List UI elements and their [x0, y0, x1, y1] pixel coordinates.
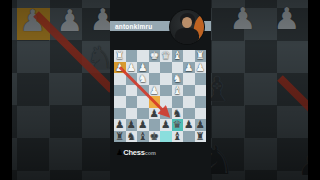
- square-f1[interactable]: [137, 50, 149, 62]
- white-r-piece: ♜: [195, 50, 207, 62]
- square-e2[interactable]: [149, 62, 161, 74]
- black-q-piece: ♛: [172, 119, 184, 131]
- brand-name: Chess: [123, 148, 145, 157]
- square-d8[interactable]: [160, 131, 172, 143]
- square-g5[interactable]: [126, 96, 138, 108]
- square-c8[interactable]: ♝: [172, 131, 184, 143]
- square-h2[interactable]: ♟: [114, 62, 126, 74]
- black-p-piece: ♟: [126, 119, 138, 131]
- square-c3[interactable]: ♞: [172, 73, 184, 85]
- square-d3[interactable]: [160, 73, 172, 85]
- black-p-piece: ♟: [114, 119, 126, 131]
- square-a4[interactable]: [195, 85, 207, 97]
- username-label: antonkimru: [110, 23, 152, 30]
- square-d5[interactable]: [160, 96, 172, 108]
- square-g4[interactable]: [126, 85, 138, 97]
- white-n-piece: ♞: [172, 73, 184, 85]
- square-h3[interactable]: [114, 73, 126, 85]
- square-f4[interactable]: [137, 85, 149, 97]
- square-e8[interactable]: ♚: [149, 131, 161, 143]
- black-p-piece: ♟: [160, 119, 172, 131]
- brand-suffix: com: [145, 150, 156, 156]
- black-k-piece: ♚: [149, 131, 161, 143]
- webcam-avatar: [169, 9, 205, 45]
- video-frame: ♟♟♟♞♟♟♝♞♟ antonkimru ♜♚♛♝♜♟♟♟♟♟♞♞♟♝♟♞♟♟♟…: [0, 0, 320, 180]
- square-b7[interactable]: ♟: [183, 119, 195, 131]
- white-b-piece: ♝: [172, 50, 184, 62]
- face-shape: [182, 17, 192, 28]
- square-d7[interactable]: ♟: [160, 119, 172, 131]
- square-g8[interactable]: ♞: [126, 131, 138, 143]
- black-p-piece: ♟: [149, 108, 161, 120]
- white-p-piece: ♟: [149, 85, 161, 97]
- white-q-piece: ♛: [160, 50, 172, 62]
- pawn-icon: ♟: [116, 149, 123, 157]
- white-r-piece: ♜: [114, 50, 126, 62]
- square-d1[interactable]: ♛: [160, 50, 172, 62]
- black-b-piece: ♝: [137, 131, 149, 143]
- black-r-piece: ♜: [114, 131, 126, 143]
- square-b5[interactable]: [183, 96, 195, 108]
- white-p-piece: ♟: [195, 62, 207, 74]
- square-e5[interactable]: [149, 96, 161, 108]
- black-b-piece: ♝: [172, 131, 184, 143]
- square-a5[interactable]: [195, 96, 207, 108]
- white-k-piece: ♚: [149, 50, 161, 62]
- chess-board: ♜♚♛♝♜♟♟♟♟♟♞♞♟♝♟♞♟♟♟♟♛♟♟♜♞♝♚♝♜: [114, 50, 206, 142]
- square-h7[interactable]: ♟: [114, 119, 126, 131]
- square-b2[interactable]: ♟: [183, 62, 195, 74]
- black-p-piece: ♟: [183, 119, 195, 131]
- black-n-piece: ♞: [126, 131, 138, 143]
- square-g1[interactable]: [126, 50, 138, 62]
- square-a8[interactable]: ♜: [195, 131, 207, 143]
- square-f3[interactable]: ♞: [137, 73, 149, 85]
- square-c7[interactable]: ♛: [172, 119, 184, 131]
- letterbox-right: [308, 0, 320, 180]
- black-p-piece: ♟: [137, 119, 149, 131]
- square-b3[interactable]: [183, 73, 195, 85]
- shirt-shape: [175, 28, 199, 45]
- white-n-piece: ♞: [137, 73, 149, 85]
- square-a1[interactable]: ♜: [195, 50, 207, 62]
- square-d4[interactable]: [160, 85, 172, 97]
- square-h8[interactable]: ♜: [114, 131, 126, 143]
- square-g2[interactable]: ♟: [126, 62, 138, 74]
- square-h1[interactable]: ♜: [114, 50, 126, 62]
- square-f8[interactable]: ♝: [137, 131, 149, 143]
- square-b1[interactable]: [183, 50, 195, 62]
- square-f7[interactable]: ♟: [137, 119, 149, 131]
- white-p-piece: ♟: [114, 62, 126, 74]
- square-b4[interactable]: [183, 85, 195, 97]
- black-p-piece: ♟: [195, 119, 207, 131]
- chesscom-logo: ♟ Chess com: [116, 148, 156, 157]
- white-p-piece: ♟: [126, 62, 138, 74]
- square-e3[interactable]: [149, 73, 161, 85]
- square-h5[interactable]: [114, 96, 126, 108]
- square-g3[interactable]: [126, 73, 138, 85]
- square-a7[interactable]: ♟: [195, 119, 207, 131]
- square-e6[interactable]: ♟: [149, 108, 161, 120]
- square-c4[interactable]: ♝: [172, 85, 184, 97]
- square-c1[interactable]: ♝: [172, 50, 184, 62]
- white-p-piece: ♟: [183, 62, 195, 74]
- video-strip: antonkimru ♜♚♛♝♜♟♟♟♟♟♞♞♟♝♟♞♟♟♟♟♛♟♟♜♞♝♚♝♜…: [110, 0, 211, 180]
- letterbox-left: [0, 0, 12, 180]
- white-b-piece: ♝: [172, 85, 184, 97]
- square-d2[interactable]: [160, 62, 172, 74]
- square-b8[interactable]: [183, 131, 195, 143]
- square-e4[interactable]: ♟: [149, 85, 161, 97]
- square-e7[interactable]: [149, 119, 161, 131]
- square-e1[interactable]: ♚: [149, 50, 161, 62]
- black-r-piece: ♜: [195, 131, 207, 143]
- square-c5[interactable]: [172, 96, 184, 108]
- square-h4[interactable]: [114, 85, 126, 97]
- square-f5[interactable]: [137, 96, 149, 108]
- square-g7[interactable]: ♟: [126, 119, 138, 131]
- square-a3[interactable]: [195, 73, 207, 85]
- square-a2[interactable]: ♟: [195, 62, 207, 74]
